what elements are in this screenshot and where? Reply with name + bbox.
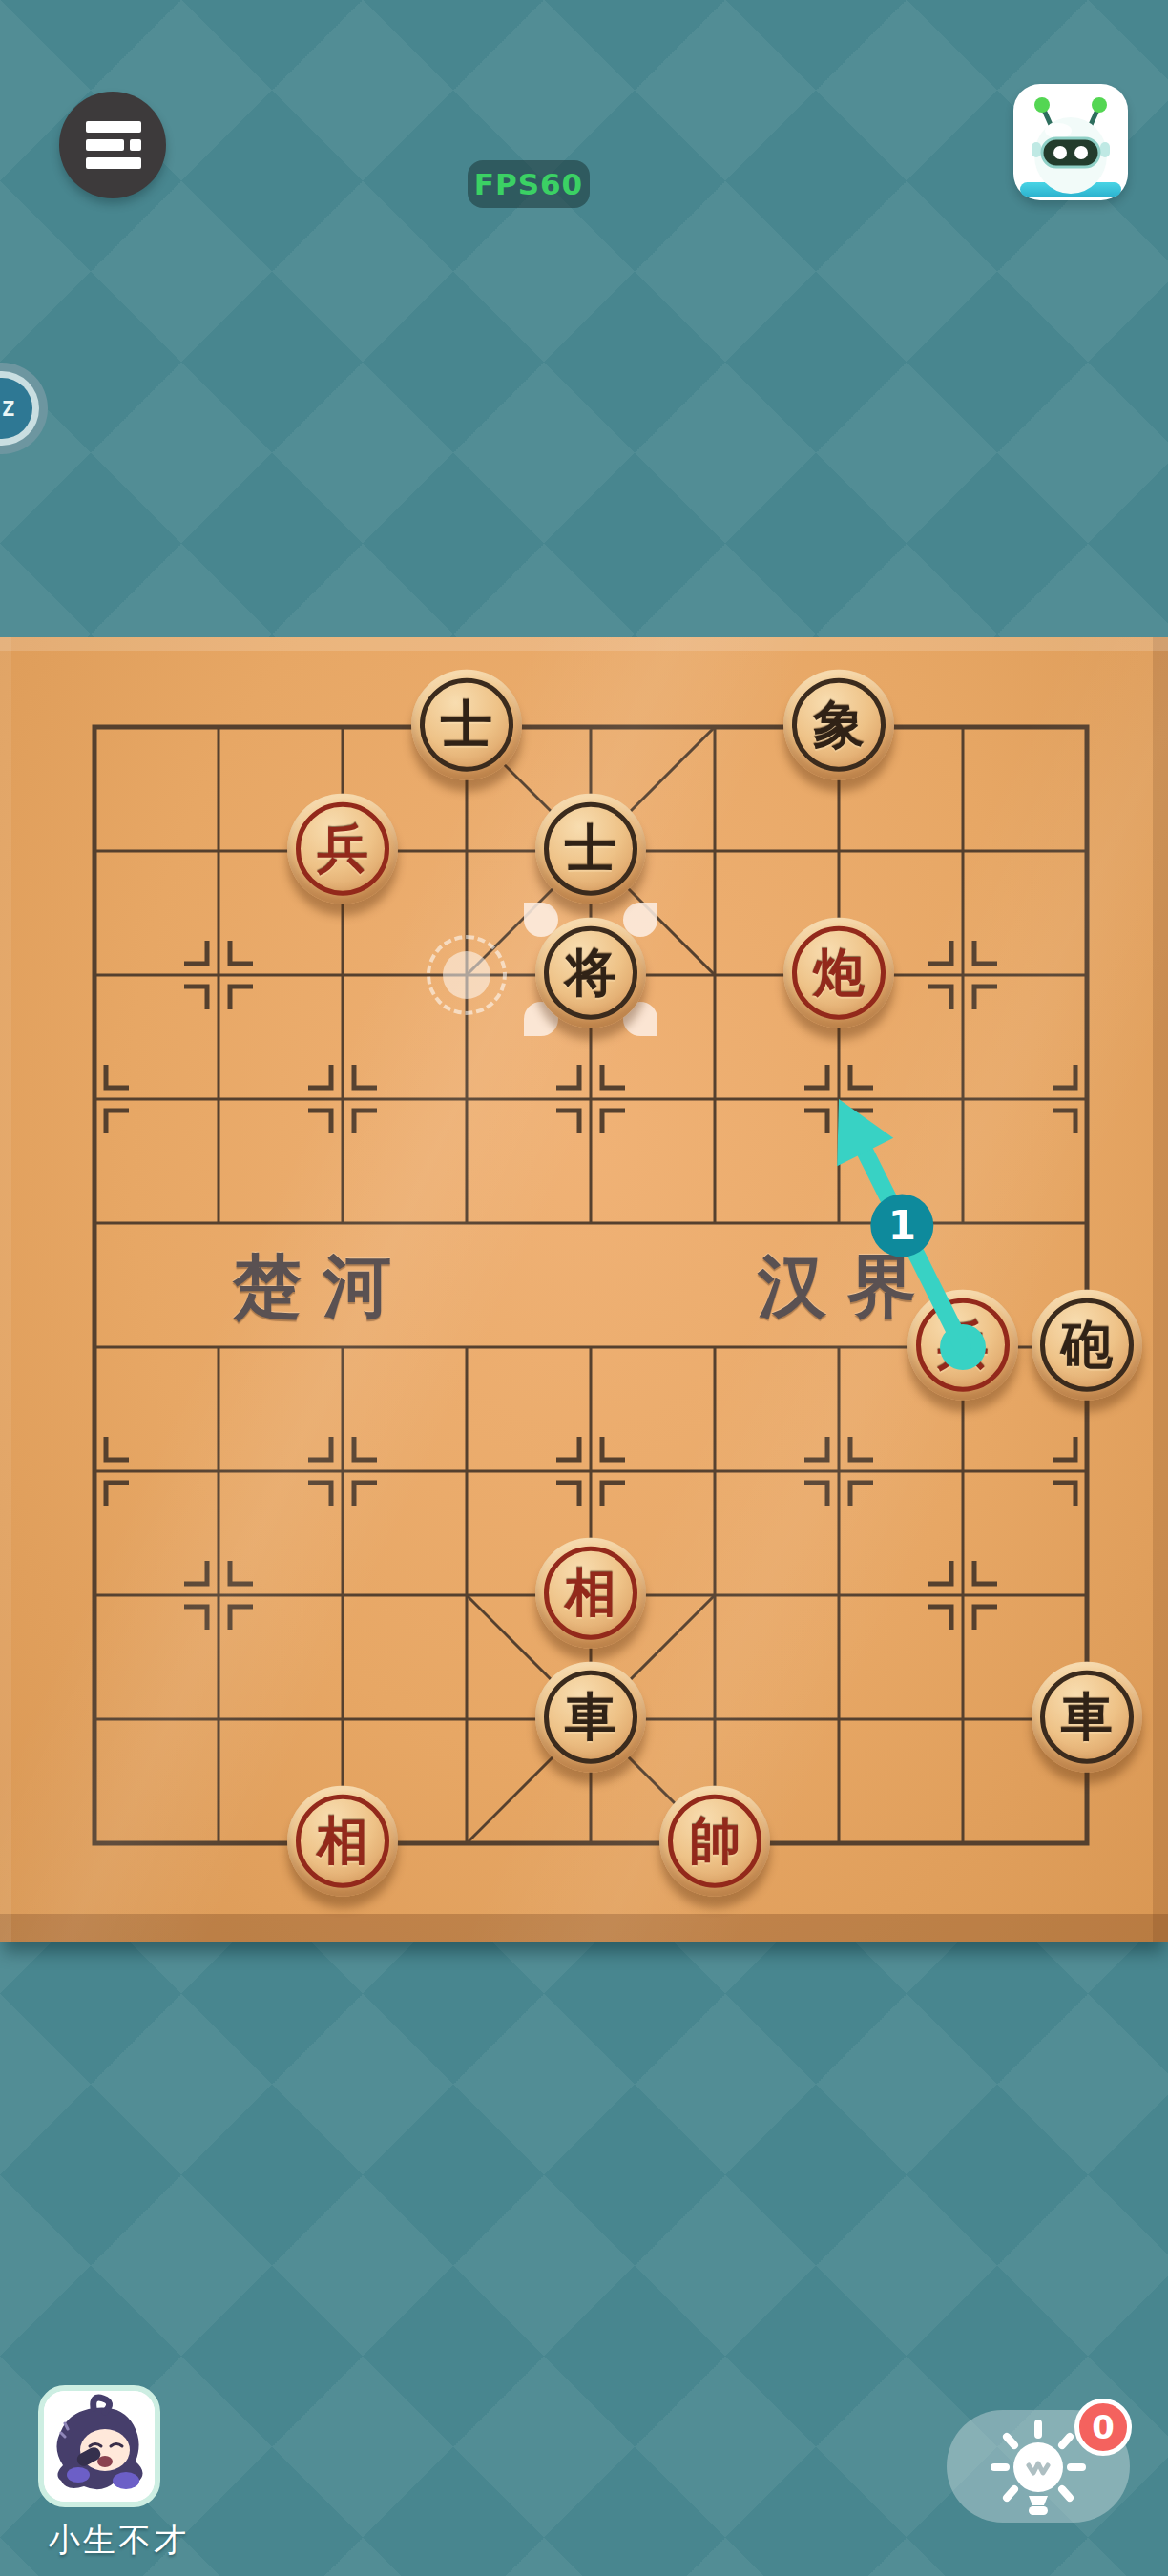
menu-button[interactable] (59, 92, 166, 198)
xiangqi-board[interactable]: 楚河 汉界 士象兵士将炮兵砲相車車相帥 1 (0, 637, 1168, 1942)
black-elephant[interactable]: 象 (783, 670, 894, 780)
piece-character: 象 (783, 670, 894, 780)
robot-assistant-button[interactable] (1013, 84, 1128, 200)
red-soldier[interactable]: 兵 (287, 794, 398, 904)
hint-count-badge: 0 (1074, 2399, 1132, 2456)
hamburger-list-icon (86, 121, 141, 169)
red-elephant[interactable]: 相 (535, 1538, 646, 1649)
piece-character: 車 (1032, 1662, 1142, 1773)
fps-badge: FPS60 (468, 160, 590, 208)
piece-character: 相 (535, 1538, 646, 1649)
piece-character: 士 (411, 670, 522, 780)
black-cannon[interactable]: 砲 (1032, 1290, 1142, 1401)
piece-character: 車 (535, 1662, 646, 1773)
piece-character: 士 (535, 794, 646, 904)
red-general[interactable]: 帥 (659, 1786, 770, 1897)
river-label-left: 楚河 (233, 1241, 412, 1333)
sleep-mode-button[interactable]: ZZ (0, 363, 48, 454)
red-elephant[interactable]: 相 (287, 1786, 398, 1897)
robot-assistant-icon (1020, 182, 1121, 197)
piece-character: 兵 (907, 1290, 1018, 1401)
fps-label: FPS60 (474, 167, 583, 201)
piece-character: 砲 (1032, 1290, 1142, 1401)
black-advisor[interactable]: 士 (535, 794, 646, 904)
player-name: 小生不才 (48, 2519, 189, 2563)
piece-character: 兵 (287, 794, 398, 904)
piece-character: 帥 (659, 1786, 770, 1897)
touch-highlight-dot (443, 951, 490, 999)
black-general[interactable]: 将 (535, 918, 646, 1028)
avatar-art (44, 2391, 155, 2502)
black-advisor[interactable]: 士 (411, 670, 522, 780)
hint-count-value: 0 (1092, 2408, 1115, 2446)
player-avatar[interactable] (38, 2385, 160, 2507)
sleep-zz-icon: ZZ (0, 378, 32, 439)
piece-character: 将 (535, 918, 646, 1028)
red-soldier[interactable]: 兵 (907, 1290, 1018, 1401)
red-cannon[interactable]: 炮 (783, 918, 894, 1028)
black-chariot[interactable]: 車 (535, 1662, 646, 1773)
piece-character: 炮 (783, 918, 894, 1028)
sleep-ring: ZZ (0, 371, 39, 446)
game-screen: FPS60 ZZ 楚河 汉界 (0, 0, 1168, 2576)
piece-character: 相 (287, 1786, 398, 1897)
black-chariot[interactable]: 車 (1032, 1662, 1142, 1773)
